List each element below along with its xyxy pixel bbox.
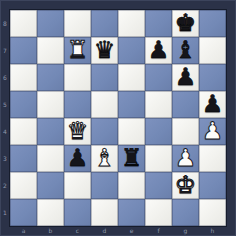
file-label-c: c — [64, 226, 91, 236]
square-a4[interactable] — [10, 118, 37, 145]
square-c7[interactable]: ♜ — [64, 37, 91, 64]
square-f2[interactable] — [145, 172, 172, 199]
rank-label-7: 7 — [0, 37, 10, 64]
square-d8[interactable] — [91, 10, 118, 37]
square-e7[interactable] — [118, 37, 145, 64]
square-h1[interactable] — [199, 199, 226, 226]
piece-black-pawn-f7[interactable]: ♟ — [148, 37, 170, 64]
square-c3[interactable]: ♟ — [64, 145, 91, 172]
square-g6[interactable]: ♟ — [172, 64, 199, 91]
square-h7[interactable] — [199, 37, 226, 64]
square-d6[interactable] — [91, 64, 118, 91]
square-b5[interactable] — [37, 91, 64, 118]
square-b4[interactable] — [37, 118, 64, 145]
square-h2[interactable] — [199, 172, 226, 199]
square-b1[interactable] — [37, 199, 64, 226]
piece-black-queen-d7[interactable]: ♛ — [94, 37, 116, 64]
square-c1[interactable] — [64, 199, 91, 226]
piece-black-king-g8[interactable]: ♚ — [175, 10, 197, 37]
square-e4[interactable] — [118, 118, 145, 145]
square-e3[interactable]: ♜ — [118, 145, 145, 172]
file-label-h: h — [199, 226, 226, 236]
square-c8[interactable] — [64, 10, 91, 37]
square-f5[interactable] — [145, 91, 172, 118]
piece-black-pawn-c3[interactable]: ♟ — [67, 145, 89, 172]
square-e5[interactable] — [118, 91, 145, 118]
square-e6[interactable] — [118, 64, 145, 91]
square-a5[interactable] — [10, 91, 37, 118]
piece-black-pawn-h5[interactable]: ♟ — [202, 91, 224, 118]
square-c6[interactable] — [64, 64, 91, 91]
square-f3[interactable] — [145, 145, 172, 172]
board: ♚♜♛♟♝♟♟♛♟♟♝♜♟♚ — [10, 10, 226, 226]
square-e1[interactable] — [118, 199, 145, 226]
square-c5[interactable] — [64, 91, 91, 118]
file-label-g: g — [172, 226, 199, 236]
square-g5[interactable] — [172, 91, 199, 118]
rank-label-2: 2 — [0, 172, 10, 199]
piece-white-king-g2[interactable]: ♚ — [175, 172, 197, 199]
square-c4[interactable]: ♛ — [64, 118, 91, 145]
square-h3[interactable] — [199, 145, 226, 172]
rank-label-3: 3 — [0, 145, 10, 172]
file-label-b: b — [37, 226, 64, 236]
square-e2[interactable] — [118, 172, 145, 199]
square-a6[interactable] — [10, 64, 37, 91]
square-f4[interactable] — [145, 118, 172, 145]
rank-label-4: 4 — [0, 118, 10, 145]
square-a7[interactable] — [10, 37, 37, 64]
rank-label-1: 1 — [0, 199, 10, 226]
square-b6[interactable] — [37, 64, 64, 91]
chess-board-frame: ♚♜♛♟♝♟♟♛♟♟♝♜♟♚ 87654321 abcdefgh — [0, 0, 236, 236]
piece-white-bishop-d3[interactable]: ♝ — [94, 145, 116, 172]
square-a3[interactable] — [10, 145, 37, 172]
square-h6[interactable] — [199, 64, 226, 91]
square-b2[interactable] — [37, 172, 64, 199]
square-b3[interactable] — [37, 145, 64, 172]
square-f7[interactable]: ♟ — [145, 37, 172, 64]
piece-white-pawn-g3[interactable]: ♟ — [175, 145, 197, 172]
square-g4[interactable] — [172, 118, 199, 145]
piece-black-rook-e3[interactable]: ♜ — [121, 145, 143, 172]
square-a1[interactable] — [10, 199, 37, 226]
file-label-f: f — [145, 226, 172, 236]
square-g2[interactable]: ♚ — [172, 172, 199, 199]
piece-white-rook-c7[interactable]: ♜ — [67, 37, 89, 64]
square-f6[interactable] — [145, 64, 172, 91]
piece-black-pawn-g6[interactable]: ♟ — [175, 64, 197, 91]
square-g1[interactable] — [172, 199, 199, 226]
file-label-a: a — [10, 226, 37, 236]
square-b8[interactable] — [37, 10, 64, 37]
square-h5[interactable]: ♟ — [199, 91, 226, 118]
piece-black-bishop-g7[interactable]: ♝ — [175, 37, 197, 64]
square-a2[interactable] — [10, 172, 37, 199]
file-label-e: e — [118, 226, 145, 236]
square-f1[interactable] — [145, 199, 172, 226]
square-h8[interactable] — [199, 10, 226, 37]
square-e8[interactable] — [118, 10, 145, 37]
rank-label-5: 5 — [0, 91, 10, 118]
square-d5[interactable] — [91, 91, 118, 118]
square-g7[interactable]: ♝ — [172, 37, 199, 64]
square-d1[interactable] — [91, 199, 118, 226]
square-g3[interactable]: ♟ — [172, 145, 199, 172]
square-c2[interactable] — [64, 172, 91, 199]
square-d4[interactable] — [91, 118, 118, 145]
square-d7[interactable]: ♛ — [91, 37, 118, 64]
square-d2[interactable] — [91, 172, 118, 199]
square-a8[interactable] — [10, 10, 37, 37]
rank-label-8: 8 — [0, 10, 10, 37]
piece-white-pawn-h4[interactable]: ♟ — [202, 118, 224, 145]
square-g8[interactable]: ♚ — [172, 10, 199, 37]
square-h4[interactable]: ♟ — [199, 118, 226, 145]
square-d3[interactable]: ♝ — [91, 145, 118, 172]
piece-white-queen-c4[interactable]: ♛ — [67, 118, 89, 145]
file-label-d: d — [91, 226, 118, 236]
square-b7[interactable] — [37, 37, 64, 64]
rank-label-6: 6 — [0, 64, 10, 91]
square-f8[interactable] — [145, 10, 172, 37]
